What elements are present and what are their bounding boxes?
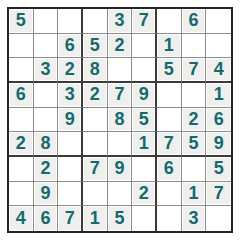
cell-r8c4[interactable] bbox=[83, 182, 108, 207]
cell-r7c4: 7 bbox=[83, 157, 108, 182]
cell-r5c7[interactable] bbox=[157, 108, 182, 133]
cell-r8c2: 9 bbox=[34, 182, 59, 207]
cell-r8c1[interactable] bbox=[9, 182, 34, 207]
cell-r6c8: 5 bbox=[182, 132, 207, 157]
cell-r9c8: 3 bbox=[182, 206, 207, 231]
cell-r9c2: 6 bbox=[34, 206, 59, 231]
cell-r8c5[interactable] bbox=[108, 182, 133, 207]
cell-r2c9[interactable] bbox=[206, 34, 231, 59]
cell-r4c1: 6 bbox=[9, 83, 34, 108]
cell-r9c9[interactable] bbox=[206, 206, 231, 231]
cell-r9c7[interactable] bbox=[157, 206, 182, 231]
cell-r7c7: 6 bbox=[157, 157, 182, 182]
cell-r3c2: 3 bbox=[34, 58, 59, 83]
cell-r6c5[interactable] bbox=[108, 132, 133, 157]
cell-r1c7[interactable] bbox=[157, 9, 182, 34]
cell-r1c8: 6 bbox=[182, 9, 207, 34]
cell-r4c2[interactable] bbox=[34, 83, 59, 108]
cell-r1c5: 3 bbox=[108, 9, 133, 34]
cell-r2c6[interactable] bbox=[132, 34, 157, 59]
cell-r5c2[interactable] bbox=[34, 108, 59, 133]
cell-r7c5: 9 bbox=[108, 157, 133, 182]
cell-r7c2: 2 bbox=[34, 157, 59, 182]
cell-r7c3[interactable] bbox=[58, 157, 83, 182]
cell-r4c3: 3 bbox=[58, 83, 83, 108]
cell-r5c1[interactable] bbox=[9, 108, 34, 133]
cell-r5c4[interactable] bbox=[83, 108, 108, 133]
cell-r4c7[interactable] bbox=[157, 83, 182, 108]
cell-r3c5[interactable] bbox=[108, 58, 133, 83]
cell-r5c9: 6 bbox=[206, 108, 231, 133]
cell-r1c9[interactable] bbox=[206, 9, 231, 34]
cell-r1c3[interactable] bbox=[58, 9, 83, 34]
cell-r8c7[interactable] bbox=[157, 182, 182, 207]
sudoku-board: 5376652132857463279198526281759279659217… bbox=[7, 7, 233, 233]
cell-r3c3: 2 bbox=[58, 58, 83, 83]
cell-r3c9: 4 bbox=[206, 58, 231, 83]
cell-r7c1[interactable] bbox=[9, 157, 34, 182]
cell-r6c3[interactable] bbox=[58, 132, 83, 157]
cell-r9c6[interactable] bbox=[132, 206, 157, 231]
cell-r9c4: 1 bbox=[83, 206, 108, 231]
cell-r8c9: 7 bbox=[206, 182, 231, 207]
cell-r9c5: 5 bbox=[108, 206, 133, 231]
cell-r8c8: 1 bbox=[182, 182, 207, 207]
cell-r2c2[interactable] bbox=[34, 34, 59, 59]
cell-r3c8: 7 bbox=[182, 58, 207, 83]
cell-r1c6: 7 bbox=[132, 9, 157, 34]
cell-r2c7: 1 bbox=[157, 34, 182, 59]
cell-r2c8[interactable] bbox=[182, 34, 207, 59]
cell-r7c6[interactable] bbox=[132, 157, 157, 182]
cell-r6c9: 9 bbox=[206, 132, 231, 157]
cell-r2c4: 5 bbox=[83, 34, 108, 59]
cell-r4c8[interactable] bbox=[182, 83, 207, 108]
cell-r4c5: 7 bbox=[108, 83, 133, 108]
cell-r4c9: 1 bbox=[206, 83, 231, 108]
cell-r7c8[interactable] bbox=[182, 157, 207, 182]
cell-r8c3[interactable] bbox=[58, 182, 83, 207]
cell-r6c2: 8 bbox=[34, 132, 59, 157]
cell-r3c1[interactable] bbox=[9, 58, 34, 83]
cell-r3c6[interactable] bbox=[132, 58, 157, 83]
cell-r5c3: 9 bbox=[58, 108, 83, 133]
cell-r8c6: 2 bbox=[132, 182, 157, 207]
cell-r5c8: 2 bbox=[182, 108, 207, 133]
cell-r2c5: 2 bbox=[108, 34, 133, 59]
cell-r6c4[interactable] bbox=[83, 132, 108, 157]
cell-r9c3: 7 bbox=[58, 206, 83, 231]
sudoku-page: 5376652132857463279198526281759279659217… bbox=[0, 0, 240, 240]
cell-r6c1: 2 bbox=[9, 132, 34, 157]
cell-r1c2[interactable] bbox=[34, 9, 59, 34]
cell-r1c4[interactable] bbox=[83, 9, 108, 34]
cell-r2c3: 6 bbox=[58, 34, 83, 59]
cell-r3c7: 5 bbox=[157, 58, 182, 83]
cell-r4c6: 9 bbox=[132, 83, 157, 108]
cell-r3c4: 8 bbox=[83, 58, 108, 83]
cell-r5c5: 8 bbox=[108, 108, 133, 133]
cell-r5c6: 5 bbox=[132, 108, 157, 133]
cell-r6c7: 7 bbox=[157, 132, 182, 157]
cell-r1c1: 5 bbox=[9, 9, 34, 34]
cell-r9c1: 4 bbox=[9, 206, 34, 231]
cell-r2c1[interactable] bbox=[9, 34, 34, 59]
cell-r6c6: 1 bbox=[132, 132, 157, 157]
cell-r7c9: 5 bbox=[206, 157, 231, 182]
cell-r4c4: 2 bbox=[83, 83, 108, 108]
